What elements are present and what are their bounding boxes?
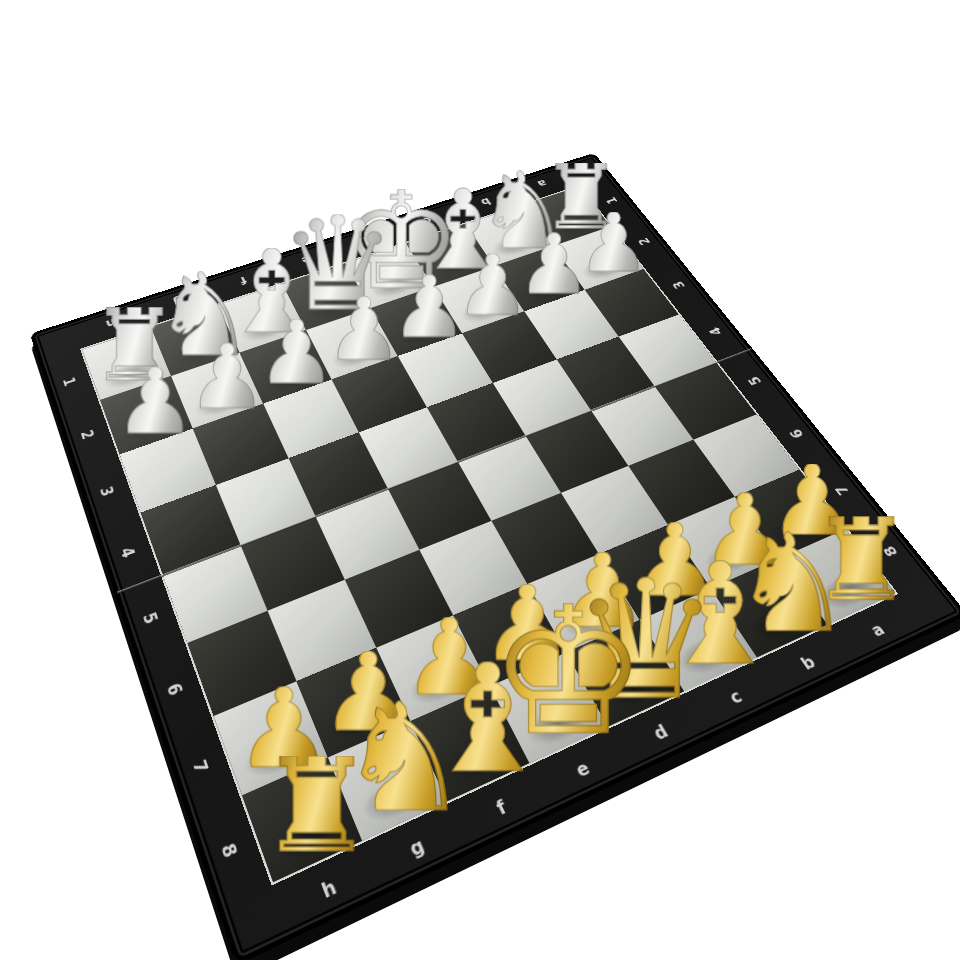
- rank-label-left-7: 7: [188, 757, 212, 777]
- rank-label-right-5: 5: [745, 374, 765, 387]
- product-photo: ♜♞♝♛♚♝♞♜♟♟♟♟♟♟♟♟♟♟♟♟♟♟♟♟♜♞♝♚♛♝♞♜ 1122334…: [0, 0, 960, 960]
- piece-silver-pawn-f2[interactable]: ♟: [257, 319, 336, 388]
- square-e4[interactable]: [359, 407, 458, 489]
- rank-label-left-8: 8: [216, 840, 241, 862]
- rank-label-right-3: 3: [670, 279, 689, 290]
- file-label-near-f: f: [493, 796, 510, 819]
- file-label-near-g: g: [406, 835, 427, 861]
- rank-label-right-6: 6: [787, 427, 808, 441]
- square-f4[interactable]: [289, 432, 388, 516]
- rank-label-right-4: 4: [706, 325, 725, 337]
- square-h2[interactable]: ♟: [100, 376, 192, 454]
- file-label-near-c: c: [726, 686, 746, 708]
- rank-label-left-2: 2: [77, 428, 97, 442]
- board-grid: ♜♞♝♛♚♝♞♜♟♟♟♟♟♟♟♟♟♟♟♟♟♟♟♟♜♞♝♚♛♝♞♜: [82, 186, 895, 882]
- file-label-near-h: h: [319, 876, 340, 904]
- board-frame: ♜♞♝♛♚♝♞♜♟♟♟♟♟♟♟♟♟♟♟♟♟♟♟♟♜♞♝♚♛♝♞♜ 1122334…: [30, 153, 960, 960]
- square-h8[interactable]: ♜: [242, 758, 362, 882]
- playing-area: ♜♞♝♛♚♝♞♜♟♟♟♟♟♟♟♟♟♟♟♟♟♟♟♟♜♞♝♚♛♝♞♜: [80, 185, 899, 885]
- file-label-near-b: b: [797, 652, 819, 674]
- piece-silver-pawn-e2[interactable]: ♟: [325, 296, 403, 364]
- piece-silver-pawn-h2[interactable]: ♟: [115, 367, 197, 438]
- rank-label-left-5: 5: [138, 610, 160, 627]
- rank-label-left-3: 3: [96, 484, 117, 499]
- chess-board: ♜♞♝♛♚♝♞♜♟♟♟♟♟♟♟♟♟♟♟♟♟♟♟♟♜♞♝♚♛♝♞♜ 1122334…: [30, 153, 960, 960]
- piece-gold-rook-h8[interactable]: ♜: [258, 756, 375, 858]
- piece-silver-pawn-g2[interactable]: ♟: [187, 342, 267, 412]
- file-label-near-a: a: [867, 620, 888, 641]
- file-label-near-d: d: [650, 721, 672, 744]
- rank-label-left-1: 1: [59, 376, 78, 389]
- file-label-near-e: e: [572, 758, 593, 782]
- rank-label-left-4: 4: [116, 545, 138, 561]
- rank-label-left-6: 6: [162, 680, 185, 698]
- scene: ♜♞♝♛♚♝♞♜♟♟♟♟♟♟♟♟♟♟♟♟♟♟♟♟♜♞♝♚♛♝♞♜ 1122334…: [0, 0, 960, 960]
